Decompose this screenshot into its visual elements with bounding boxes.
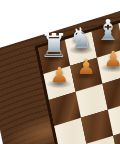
piece-layer: ♜♞♝♟♟♟♟ — [0, 0, 120, 144]
amber-pawn-b2[interactable]: ♟ — [77, 57, 96, 78]
bishop-glyph: ♝ — [95, 16, 120, 45]
pawn-glyph: ♟ — [77, 57, 96, 78]
knight-glyph: ♞ — [68, 24, 94, 53]
crystal-knight-b1[interactable]: ♞ — [68, 24, 94, 53]
rook-glyph: ♜ — [39, 29, 69, 62]
crystal-bishop-c1[interactable]: ♝ — [95, 16, 120, 45]
chess-photo-scene: ♜♞♝♟♟♟♟ — [0, 0, 120, 144]
pawn-glyph: ♟ — [104, 48, 120, 69]
pawn-glyph: ♟ — [50, 65, 69, 86]
amber-pawn-a2[interactable]: ♟ — [50, 65, 69, 86]
crystal-rook-a1[interactable]: ♜ — [39, 29, 69, 62]
amber-pawn-c2[interactable]: ♟ — [104, 48, 120, 69]
